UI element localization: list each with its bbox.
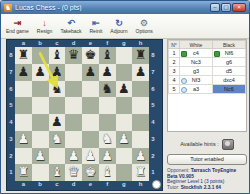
- square-e7[interactable]: ♟: [82, 64, 99, 81]
- white-piece: ♝: [101, 164, 113, 181]
- close-button[interactable]: ×: [232, 3, 246, 12]
- square-e1[interactable]: ♚: [82, 164, 99, 181]
- square-b8[interactable]: [32, 47, 49, 64]
- square-g6[interactable]: ♟: [116, 81, 133, 98]
- white-piece: ♟: [34, 148, 46, 165]
- square-g7[interactable]: [116, 64, 133, 81]
- square-g3[interactable]: ♟: [116, 131, 133, 148]
- white-move-cell[interactable]: Nc3: [180, 58, 213, 67]
- black-move-cell[interactable]: Nf6: [213, 49, 246, 58]
- white-move-cell[interactable]: Nf3: [180, 76, 213, 85]
- options-button[interactable]: ⚙ Options: [136, 18, 153, 34]
- black-move-cell[interactable]: dxc4: [213, 76, 246, 85]
- end-game-icon: ⇥: [14, 18, 22, 28]
- reinit-icon: ⇤: [92, 18, 100, 28]
- rank-labels-left: 87654321: [7, 47, 15, 181]
- tutor-label: Tutor:: [167, 185, 179, 190]
- square-d1[interactable]: ♛: [65, 164, 82, 181]
- app-window: ♞ Lucas Chess - (0 pts) – ▢ × ⇥ End game…: [0, 0, 250, 194]
- move-number-header: N°: [169, 41, 180, 49]
- black-piece: ♟: [85, 64, 97, 81]
- resign-icon: ↓: [42, 18, 47, 28]
- white-piece: ♟: [18, 131, 30, 148]
- white-piece: ♞: [101, 131, 113, 148]
- square-b3[interactable]: [32, 131, 49, 148]
- black-piece: ♟: [34, 64, 46, 81]
- square-f2[interactable]: ♟: [99, 148, 116, 165]
- black-piece: ♟: [18, 64, 30, 81]
- square-e8[interactable]: ♚: [82, 47, 99, 64]
- move-row: 5a3Nc6: [169, 85, 246, 94]
- square-h8[interactable]: ♜: [132, 47, 149, 64]
- board-squares[interactable]: ♜♝♛♚♝♜♟♟♟♟♟♟♞♞♟♟♟♞♞♟♟♟♟♟♟♜♝♛♚♝♜: [15, 47, 149, 181]
- black-piece: ♝: [101, 47, 113, 64]
- reinit-button[interactable]: ⇤ Reinit: [90, 18, 103, 34]
- opponent-label: Opponent:: [167, 168, 189, 173]
- move-row: 2Nc3g6: [169, 58, 246, 67]
- hint-icon-button[interactable]: [222, 139, 234, 150]
- square-b7[interactable]: ♟: [32, 64, 49, 81]
- square-h3[interactable]: [132, 131, 149, 148]
- white-move-cell[interactable]: a3: [180, 85, 213, 94]
- square-d8[interactable]: ♛: [65, 47, 82, 64]
- move-number: 1: [169, 49, 180, 58]
- square-a3[interactable]: ♟: [15, 131, 32, 148]
- black-move-cell[interactable]: Nc6: [213, 85, 246, 94]
- opening-book-icon: [214, 51, 220, 57]
- square-a8[interactable]: ♜: [15, 47, 32, 64]
- black-piece: ♟: [51, 64, 63, 81]
- square-b5[interactable]: [32, 97, 49, 114]
- square-b2[interactable]: ♟: [32, 148, 49, 165]
- square-f1[interactable]: ♝: [99, 164, 116, 181]
- square-h7[interactable]: ♟: [132, 64, 149, 81]
- square-e2[interactable]: ♟: [82, 148, 99, 165]
- move-row: 4Nf3dxc4: [169, 76, 246, 85]
- square-g5[interactable]: [116, 97, 133, 114]
- move-number: 2: [169, 58, 180, 67]
- opening-book-icon: [181, 51, 187, 57]
- adjourn-icon: ↻: [115, 18, 123, 28]
- available-hints-label: Available hints :: [180, 141, 218, 147]
- black-piece: ♛: [68, 47, 80, 64]
- square-d4[interactable]: [65, 114, 82, 131]
- square-e4[interactable]: [82, 114, 99, 131]
- move-number: 5: [169, 85, 180, 94]
- square-h5[interactable]: [132, 97, 149, 114]
- black-piece: ♟: [51, 114, 63, 131]
- end-game-button[interactable]: ⇥ End game: [6, 18, 29, 34]
- move-number: 3: [169, 67, 180, 76]
- white-piece: ♟: [68, 148, 80, 165]
- square-f5[interactable]: [99, 97, 116, 114]
- black-piece: ♞: [51, 81, 63, 98]
- title-bar[interactable]: ♞ Lucas Chess - (0 pts) – ▢ ×: [1, 1, 249, 14]
- rank-labels-right: 87654321: [149, 47, 157, 181]
- square-b6[interactable]: [32, 81, 49, 98]
- square-c4[interactable]: ♟: [49, 114, 66, 131]
- takeback-icon: ↶: [67, 18, 75, 28]
- square-d6[interactable]: [65, 81, 82, 98]
- takeback-button[interactable]: ↶ Takeback: [60, 18, 81, 34]
- white-column-header: White: [180, 41, 213, 49]
- square-h1[interactable]: ♜: [132, 164, 149, 181]
- square-d5[interactable]: [65, 97, 82, 114]
- chess-board[interactable]: abcdefgh 87654321 ♜♝♛♚♝♜♟♟♟♟♟♟♞♞♟♟♟♞♞♟♟♟…: [6, 39, 163, 191]
- white-piece: ♞: [51, 131, 63, 148]
- square-b1[interactable]: [32, 164, 49, 181]
- app-icon: ♞: [4, 4, 12, 12]
- minimize-button[interactable]: –: [210, 3, 220, 12]
- square-f4[interactable]: [99, 114, 116, 131]
- square-a1[interactable]: ♜: [15, 164, 32, 181]
- black-move-cell[interactable]: d5: [213, 67, 246, 76]
- white-move-cell[interactable]: c4: [180, 49, 213, 58]
- adjourn-button[interactable]: ↻ Adjourn: [110, 18, 127, 34]
- square-h2[interactable]: ♟: [132, 148, 149, 165]
- square-e5[interactable]: [82, 97, 99, 114]
- square-c5[interactable]: [49, 97, 66, 114]
- square-h6[interactable]: [132, 81, 149, 98]
- black-piece: ♟: [101, 64, 113, 81]
- square-a7[interactable]: ♟: [15, 64, 32, 81]
- square-e3[interactable]: [82, 131, 99, 148]
- white-piece: ♟: [85, 148, 97, 165]
- square-g1[interactable]: [116, 164, 133, 181]
- square-f8[interactable]: ♝: [99, 47, 116, 64]
- white-piece: ♛: [68, 164, 80, 181]
- square-c3[interactable]: ♞: [49, 131, 66, 148]
- black-piece: ♚: [85, 47, 97, 64]
- black-piece: ♟: [118, 81, 130, 98]
- black-move-cell[interactable]: g6: [213, 58, 246, 67]
- white-piece: ♟: [118, 131, 130, 148]
- black-piece: ♞: [101, 81, 113, 98]
- file-labels-bottom: abcdefgh: [15, 181, 149, 188]
- move-row: 1c4Nf6: [169, 49, 246, 58]
- square-c8[interactable]: ♝: [49, 47, 66, 64]
- square-d2[interactable]: ♟: [65, 148, 82, 165]
- white-piece: ♜: [135, 164, 147, 181]
- black-column-header: Black: [213, 41, 246, 49]
- square-c7[interactable]: ♟: [49, 64, 66, 81]
- square-f3[interactable]: ♞: [99, 131, 116, 148]
- white-to-move-indicator: [152, 180, 161, 189]
- square-h4[interactable]: [132, 114, 149, 131]
- tutor-enabled-button[interactable]: Tutor enabled: [167, 154, 247, 165]
- tutor-engine-name: Stockfish 2.3.1 64: [181, 185, 221, 190]
- square-c6[interactable]: ♞: [49, 81, 66, 98]
- black-piece: ♜: [135, 47, 147, 64]
- square-a5[interactable]: [15, 97, 32, 114]
- toolbar: ⇥ End game ↓ Resign ↶ Takeback ⇤ Reinit …: [1, 14, 249, 39]
- move-number: 4: [169, 76, 180, 85]
- square-g2[interactable]: [116, 148, 133, 165]
- game-info: Opponent: Tarrasch ToyEngine Beta V0.905…: [167, 168, 247, 191]
- white-piece: ♝: [51, 164, 63, 181]
- square-c2[interactable]: [49, 148, 66, 165]
- white-piece: ♚: [85, 164, 97, 181]
- tutor-check-icon: [181, 87, 187, 93]
- right-panel: N° White Black 1c4Nf62Nc3g63g3d54Nf3dxc4…: [167, 39, 247, 191]
- square-d3[interactable]: [65, 131, 82, 148]
- white-piece: ♟: [101, 148, 113, 165]
- tutor-check-icon: [181, 78, 187, 84]
- window-title: Lucas Chess - (0 pts): [15, 4, 207, 11]
- square-b4[interactable]: [32, 114, 49, 131]
- file-labels-top: abcdefgh: [15, 40, 149, 47]
- white-piece: ♜: [18, 164, 30, 181]
- square-f6[interactable]: ♞: [99, 81, 116, 98]
- square-e6[interactable]: [82, 81, 99, 98]
- move-list[interactable]: N° White Black 1c4Nf62Nc3g63g3d54Nf3dxc4…: [167, 39, 247, 132]
- square-a4[interactable]: [15, 114, 32, 131]
- gear-icon: ⚙: [140, 18, 148, 28]
- black-piece: ♟: [135, 64, 147, 81]
- square-a6[interactable]: [15, 81, 32, 98]
- resign-button[interactable]: ↓ Resign: [37, 18, 53, 34]
- white-piece: ♟: [135, 148, 147, 165]
- square-g8[interactable]: [116, 47, 133, 64]
- maximize-button[interactable]: ▢: [221, 3, 231, 12]
- move-row: 3g3d5: [169, 67, 246, 76]
- black-piece: ♝: [51, 47, 63, 64]
- square-c1[interactable]: ♝: [49, 164, 66, 181]
- black-piece: ♜: [18, 47, 30, 64]
- square-d7[interactable]: [65, 64, 82, 81]
- square-g4[interactable]: [116, 114, 133, 131]
- square-a2[interactable]: [15, 148, 32, 165]
- white-move-cell[interactable]: g3: [180, 67, 213, 76]
- square-f7[interactable]: ♟: [99, 64, 116, 81]
